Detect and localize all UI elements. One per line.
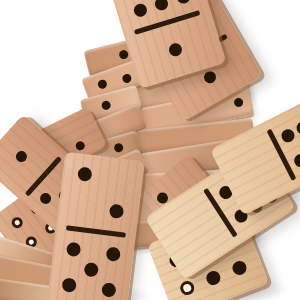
pip xyxy=(118,49,129,60)
pip xyxy=(38,191,54,207)
pip xyxy=(106,246,122,262)
pip xyxy=(175,0,191,6)
pip xyxy=(97,78,109,90)
pip xyxy=(109,204,125,220)
pip xyxy=(101,282,117,298)
pip xyxy=(132,3,148,19)
pip xyxy=(292,152,300,169)
pip xyxy=(74,140,86,152)
pip xyxy=(101,100,112,111)
pip xyxy=(66,241,82,257)
ring-pip xyxy=(178,279,196,297)
pip xyxy=(167,42,183,58)
pip xyxy=(280,127,297,144)
pip xyxy=(113,142,124,153)
ring-pip xyxy=(10,215,25,230)
pip xyxy=(153,0,169,12)
pip xyxy=(61,277,77,293)
pip xyxy=(204,269,222,287)
tile-half xyxy=(57,152,145,234)
domino-tile-front-standing xyxy=(47,152,145,300)
pip xyxy=(13,149,29,165)
pip xyxy=(234,97,245,108)
pip xyxy=(231,259,249,277)
tile-half xyxy=(47,229,135,300)
pip xyxy=(77,166,93,182)
dominoes-scene xyxy=(0,0,300,300)
pip xyxy=(121,72,133,84)
pip xyxy=(202,69,218,85)
pip xyxy=(83,262,99,278)
